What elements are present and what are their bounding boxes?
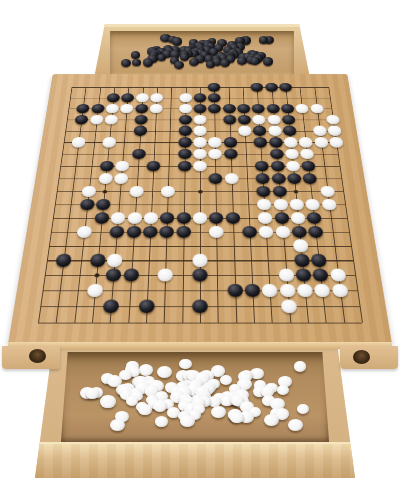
white-stone <box>230 412 244 423</box>
white-stone <box>179 104 192 113</box>
white-stone <box>273 199 288 210</box>
white-stone <box>268 126 282 136</box>
black-stone <box>192 269 208 282</box>
white-stone <box>87 284 104 298</box>
black-stone <box>194 93 207 102</box>
black-stone <box>103 299 120 313</box>
black-stone <box>225 212 240 224</box>
white-stone <box>193 115 206 125</box>
white-stone <box>297 284 314 298</box>
black-stone <box>252 104 266 113</box>
white-stone <box>314 137 329 147</box>
white-stone <box>280 299 297 313</box>
black-stone <box>134 115 148 125</box>
black-stone <box>250 57 260 65</box>
white-stone <box>297 404 309 414</box>
black-stone <box>209 173 223 184</box>
black-stone <box>272 186 287 197</box>
white-stone <box>105 104 119 113</box>
black-stone <box>223 104 236 113</box>
white-stone <box>120 104 134 113</box>
star-point <box>94 273 99 277</box>
white-stone <box>321 199 337 210</box>
white-stone <box>179 359 191 369</box>
white-stone <box>179 93 192 102</box>
black-stone <box>253 126 267 136</box>
white-stone <box>192 254 207 267</box>
black-stone <box>94 212 110 224</box>
white-stone <box>286 161 301 172</box>
black-stone <box>295 269 312 282</box>
black-stone <box>294 254 310 267</box>
black-stone <box>208 104 221 113</box>
white-stone <box>331 284 348 298</box>
black-stone <box>250 83 263 92</box>
white-stone <box>149 104 163 113</box>
black-stone <box>227 284 243 298</box>
black-stone <box>244 284 260 298</box>
black-stone <box>224 149 238 159</box>
black-stone <box>90 254 106 267</box>
black-stone <box>135 104 149 113</box>
white-stone <box>314 284 331 298</box>
white-stone <box>295 104 309 113</box>
white-stone <box>294 361 307 372</box>
white-stone <box>224 173 238 184</box>
white-stone <box>279 284 296 298</box>
black-stone <box>79 199 95 210</box>
white-stone <box>238 126 252 136</box>
black-stone <box>281 104 295 113</box>
black-stone <box>269 137 283 147</box>
black-stone <box>133 126 147 136</box>
black-stone <box>74 115 88 125</box>
black-stone <box>123 269 139 282</box>
black-stone <box>177 161 191 172</box>
black-stone <box>223 137 237 147</box>
white-stone <box>290 212 306 224</box>
bottom-drawer-front <box>35 442 355 478</box>
white-stone <box>180 415 195 427</box>
white-stone <box>129 186 144 197</box>
grid-line <box>38 323 362 324</box>
black-stone <box>266 104 280 113</box>
black-stone <box>206 61 215 68</box>
finger-hole-left <box>29 349 46 363</box>
black-stone <box>172 37 183 46</box>
black-stone <box>178 137 192 147</box>
bottom-drawer <box>35 346 355 478</box>
white-stone <box>193 149 207 159</box>
black-stone <box>178 126 192 136</box>
white-stone <box>278 269 294 282</box>
black-stone <box>109 226 125 238</box>
black-stone <box>132 59 141 67</box>
black-stone <box>237 57 247 65</box>
white-stone <box>329 137 344 147</box>
black-stone <box>269 149 284 159</box>
white-stone <box>71 137 86 147</box>
white-stone <box>98 173 113 184</box>
black-stone <box>131 51 141 59</box>
black-stone-tray <box>110 31 294 76</box>
white-stone <box>139 364 153 376</box>
black-stone <box>178 149 192 159</box>
go-board <box>8 74 392 344</box>
black-stone <box>138 299 155 313</box>
white-stone <box>110 419 125 431</box>
black-stone <box>126 226 142 238</box>
white-stone <box>157 366 172 378</box>
black-stone <box>143 226 158 238</box>
white-stone <box>193 126 206 136</box>
black-stone <box>105 269 121 282</box>
black-stone <box>256 186 271 197</box>
white-stone <box>110 212 126 224</box>
white-stone <box>153 400 167 411</box>
white-stone <box>310 104 324 113</box>
black-stone <box>308 226 324 238</box>
black-stone <box>255 161 270 172</box>
black-stone <box>301 161 316 172</box>
black-stone <box>143 58 153 67</box>
white-stone <box>252 115 266 125</box>
black-stone <box>208 93 221 102</box>
black-stone <box>237 104 251 113</box>
white-stone <box>312 126 327 136</box>
black-stone <box>238 115 252 125</box>
black-stone <box>159 226 174 238</box>
white-stone <box>320 186 336 197</box>
white-stone <box>277 385 290 395</box>
black-stone <box>174 61 184 69</box>
white-stone <box>257 199 272 210</box>
white-stone <box>293 240 309 252</box>
black-stone <box>209 212 224 224</box>
white-stone <box>193 137 207 147</box>
white-stone <box>193 161 207 172</box>
go-board-product-photo <box>0 0 400 500</box>
white-stone <box>289 199 305 210</box>
black-stone <box>302 173 317 184</box>
black-stone <box>263 57 274 66</box>
white-stone <box>127 212 142 224</box>
black-stone <box>160 212 175 224</box>
black-stone <box>76 104 90 113</box>
black-stone <box>259 36 268 44</box>
black-stone <box>55 254 72 267</box>
black-stone <box>208 83 221 92</box>
white-stone <box>288 419 303 431</box>
white-stone-tray <box>61 352 329 442</box>
white-stone <box>264 414 279 426</box>
black-stone <box>132 149 146 159</box>
white-stone <box>267 115 281 125</box>
white-stone <box>193 212 208 224</box>
black-stone <box>106 93 120 102</box>
black-stone <box>91 104 105 113</box>
black-stone <box>279 83 293 92</box>
white-stone <box>143 212 158 224</box>
white-stone <box>86 388 99 399</box>
white-stone <box>114 173 129 184</box>
black-stone <box>283 126 297 136</box>
black-stone <box>180 53 189 61</box>
board-front-edge <box>8 342 392 349</box>
white-stone <box>327 126 342 136</box>
black-stone <box>223 115 237 125</box>
white-stone <box>136 93 149 102</box>
black-stone <box>282 115 296 125</box>
white-stone <box>284 137 298 147</box>
white-stone <box>107 254 123 267</box>
white-stone <box>300 149 315 159</box>
white-stone <box>104 115 118 125</box>
black-stone <box>95 199 111 210</box>
white-stone <box>285 149 300 159</box>
white-stone <box>81 186 96 197</box>
black-stone <box>193 104 206 113</box>
white-stone <box>220 375 233 385</box>
black-stone <box>121 93 135 102</box>
black-stone <box>146 161 160 172</box>
star-point <box>198 190 202 193</box>
white-stone <box>211 406 226 418</box>
black-stone <box>274 212 290 224</box>
white-stone <box>305 199 321 210</box>
black-stone <box>179 115 192 125</box>
white-stone <box>262 284 278 298</box>
black-stone <box>157 54 166 62</box>
black-stone <box>291 226 307 238</box>
white-stone <box>138 404 152 415</box>
black-stone <box>176 212 191 224</box>
black-stone <box>176 226 191 238</box>
black-stone <box>242 226 257 238</box>
white-stone <box>209 226 224 238</box>
white-stone <box>115 161 130 172</box>
black-stone <box>253 137 267 147</box>
white-stone <box>258 226 274 238</box>
white-stone <box>158 269 174 282</box>
white-stone <box>155 416 168 427</box>
black-stone <box>287 173 302 184</box>
black-stone <box>189 58 199 66</box>
white-stone <box>208 149 222 159</box>
black-stone <box>311 254 328 267</box>
black-stone <box>312 269 329 282</box>
white-stone <box>161 186 176 197</box>
black-stone <box>271 173 286 184</box>
white-stone <box>150 93 163 102</box>
star-point <box>293 190 298 193</box>
black-stone <box>192 299 208 313</box>
finger-hole-right <box>353 350 370 364</box>
top-drawer <box>94 24 310 78</box>
black-stone <box>121 59 131 67</box>
white-stone <box>89 115 103 125</box>
black-stone <box>255 173 270 184</box>
black-stone <box>270 161 285 172</box>
star-point <box>102 190 107 193</box>
white-stone <box>208 137 222 147</box>
white-stone <box>76 226 92 238</box>
black-stone <box>99 161 114 172</box>
white-stone <box>100 395 116 408</box>
white-stone <box>326 115 341 125</box>
black-stone <box>265 83 278 92</box>
white-stone <box>258 212 273 224</box>
white-stone <box>299 137 314 147</box>
black-stone <box>220 59 230 67</box>
white-stone <box>275 226 291 238</box>
white-stone <box>102 137 116 147</box>
white-stone <box>329 269 346 282</box>
black-stone <box>306 212 322 224</box>
